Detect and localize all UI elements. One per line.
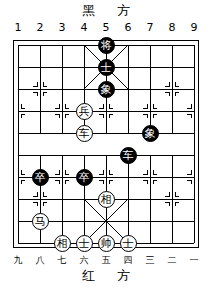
point-marker [175,192,179,196]
point-marker [65,180,69,184]
point-marker [143,170,147,174]
red-chariot[interactable]: 车 [76,125,93,142]
point-marker [55,180,59,184]
point-marker [21,170,25,174]
point-marker [175,202,179,206]
point-marker [55,170,59,174]
point-marker [109,104,113,108]
file-label-bottom-3: 七 [58,254,67,267]
point-marker [65,114,69,118]
point-marker [153,180,157,184]
black-soldier[interactable]: 卒 [76,169,93,186]
black-chariot[interactable]: 车 [120,147,137,164]
point-marker [33,202,37,206]
xiangqi-diagram: 黑 方 123456789 将士象兵车象车卒卒相马相士帅士 九八七六五四三二一 … [0,0,212,290]
point-marker [21,114,25,118]
point-marker [175,82,179,86]
point-marker [109,180,113,184]
point-marker [99,170,103,174]
file-label-bottom-5: 五 [102,254,111,267]
point-marker [175,92,179,96]
red-soldier[interactable]: 兵 [76,103,93,120]
point-marker [153,104,157,108]
point-marker [65,170,69,174]
point-marker [165,192,169,196]
point-marker [33,82,37,86]
point-marker [43,92,47,96]
file-label-bottom-4: 六 [80,254,89,267]
point-marker [43,202,47,206]
black-elephant[interactable]: 象 [98,81,115,98]
point-marker [99,104,103,108]
red-side-label: 红 方 [0,267,212,285]
point-marker [187,180,191,184]
red-advisor[interactable]: 士 [76,235,93,252]
black-elephant[interactable]: 象 [142,125,159,142]
point-marker [21,180,25,184]
point-marker [21,104,25,108]
point-marker [99,114,103,118]
point-marker [165,82,169,86]
file-label-bottom-7: 三 [146,254,155,267]
red-elephant[interactable]: 相 [98,191,115,208]
point-marker [65,104,69,108]
point-marker [43,192,47,196]
point-marker [143,180,147,184]
file-label-bottom-6: 四 [124,254,133,267]
point-marker [143,104,147,108]
point-marker [55,104,59,108]
point-marker [43,82,47,86]
file-label-bottom-9: 一 [190,254,199,267]
red-elephant[interactable]: 相 [54,235,71,252]
file-label-bottom-1: 九 [14,254,23,267]
point-marker [187,104,191,108]
point-marker [109,114,113,118]
black-advisor[interactable]: 士 [98,59,115,76]
red-advisor[interactable]: 士 [120,235,137,252]
point-marker [187,114,191,118]
black-soldier[interactable]: 卒 [32,169,49,186]
file-label-bottom-8: 二 [168,254,177,267]
point-marker [165,92,169,96]
red-general[interactable]: 帅 [98,235,115,252]
file-label-bottom-2: 八 [36,254,45,267]
point-marker [109,170,113,174]
point-marker [99,180,103,184]
point-marker [143,114,147,118]
point-marker [153,114,157,118]
point-marker [55,114,59,118]
point-marker [187,170,191,174]
black-general[interactable]: 将 [98,37,115,54]
point-marker [153,170,157,174]
point-marker [165,202,169,206]
point-marker [33,92,37,96]
red-horse[interactable]: 马 [32,213,49,230]
point-marker [33,192,37,196]
